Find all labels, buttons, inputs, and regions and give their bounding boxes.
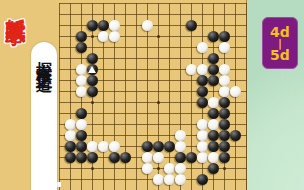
white-stone <box>164 163 175 174</box>
black-stone <box>186 152 197 163</box>
black-stone <box>87 152 98 163</box>
black-stone <box>98 20 109 31</box>
white-stone <box>76 119 87 130</box>
white-stone <box>98 141 109 152</box>
black-stone <box>65 141 76 152</box>
white-stone <box>197 42 208 53</box>
white-stone <box>109 20 120 31</box>
black-stone <box>219 130 230 141</box>
star-point <box>91 101 94 104</box>
black-stone <box>219 97 230 108</box>
bubble-caption: 探索棋之正道 <box>31 49 57 67</box>
black-stone <box>208 163 219 174</box>
black-stone <box>87 64 98 75</box>
white-stone <box>142 163 153 174</box>
white-stone <box>164 174 175 185</box>
black-stone <box>142 141 153 152</box>
white-stone <box>175 130 186 141</box>
black-stone <box>76 31 87 42</box>
white-stone <box>76 86 87 97</box>
black-stone <box>76 42 87 53</box>
grid-line-vertical <box>169 3 170 190</box>
black-stone <box>120 152 131 163</box>
grid-line-vertical <box>136 3 137 190</box>
black-stone <box>87 53 98 64</box>
black-stone <box>208 75 219 86</box>
white-stone <box>76 64 87 75</box>
black-stone <box>76 141 87 152</box>
black-stone <box>208 31 219 42</box>
white-stone <box>109 141 120 152</box>
grid-line-vertical <box>235 3 236 190</box>
white-stone <box>219 86 230 97</box>
star-point <box>223 167 226 170</box>
white-stone <box>208 119 219 130</box>
white-stone <box>98 31 109 42</box>
black-stone <box>76 152 87 163</box>
grid-line-horizontal <box>59 14 247 15</box>
white-stone <box>142 20 153 31</box>
white-stone <box>65 130 76 141</box>
white-stone <box>87 141 98 152</box>
star-point <box>157 101 160 104</box>
black-stone <box>87 75 98 86</box>
grid-line-vertical <box>59 3 60 190</box>
black-stone <box>230 130 241 141</box>
black-stone <box>219 141 230 152</box>
black-stone <box>153 141 164 152</box>
black-stone <box>87 86 98 97</box>
black-stone <box>219 119 230 130</box>
grid-line-horizontal <box>59 168 247 169</box>
white-stone <box>175 141 186 152</box>
banner-title: 斩断实战恶手 <box>2 3 30 143</box>
black-stone <box>175 152 186 163</box>
black-stone <box>76 130 87 141</box>
black-stone <box>219 108 230 119</box>
star-point <box>91 35 94 38</box>
black-stone <box>109 152 120 163</box>
white-stone <box>208 97 219 108</box>
black-stone <box>76 108 87 119</box>
white-stone <box>153 174 164 185</box>
black-stone <box>208 64 219 75</box>
rank-bottom: 5d <box>270 48 290 62</box>
white-stone <box>65 119 76 130</box>
white-stone <box>197 64 208 75</box>
black-stone <box>208 108 219 119</box>
white-stone <box>76 75 87 86</box>
black-stone <box>186 20 197 31</box>
star-point <box>91 167 94 170</box>
white-stone <box>208 152 219 163</box>
white-stone <box>197 152 208 163</box>
grid-line-vertical <box>246 3 247 190</box>
black-stone <box>208 141 219 152</box>
black-stone <box>208 130 219 141</box>
star-point <box>157 35 160 38</box>
black-stone <box>197 86 208 97</box>
white-stone <box>186 64 197 75</box>
white-stone <box>197 119 208 130</box>
black-stone <box>208 53 219 64</box>
grid-line-horizontal <box>59 3 247 4</box>
white-stone <box>219 64 230 75</box>
black-stone <box>197 75 208 86</box>
white-stone <box>219 42 230 53</box>
white-stone <box>219 75 230 86</box>
last-move-triangle-icon <box>88 66 96 73</box>
black-stone <box>65 152 76 163</box>
white-stone <box>230 86 241 97</box>
white-stone <box>153 152 164 163</box>
black-stone <box>164 141 175 152</box>
speech-bubble: 探索棋之正道 <box>31 42 57 190</box>
video-thumbnail: 斩断实战恶手 探索棋之正道 4d | 5d <box>0 0 304 190</box>
white-stone <box>197 130 208 141</box>
white-stone <box>175 163 186 174</box>
black-stone <box>197 97 208 108</box>
rank-badge: 4d | 5d <box>262 17 298 69</box>
white-stone <box>109 31 120 42</box>
black-stone <box>197 174 208 185</box>
star-point <box>157 167 160 170</box>
white-stone <box>197 141 208 152</box>
black-stone <box>219 31 230 42</box>
black-stone <box>87 20 98 31</box>
white-stone <box>142 152 153 163</box>
black-stone <box>219 152 230 163</box>
white-stone <box>175 174 186 185</box>
